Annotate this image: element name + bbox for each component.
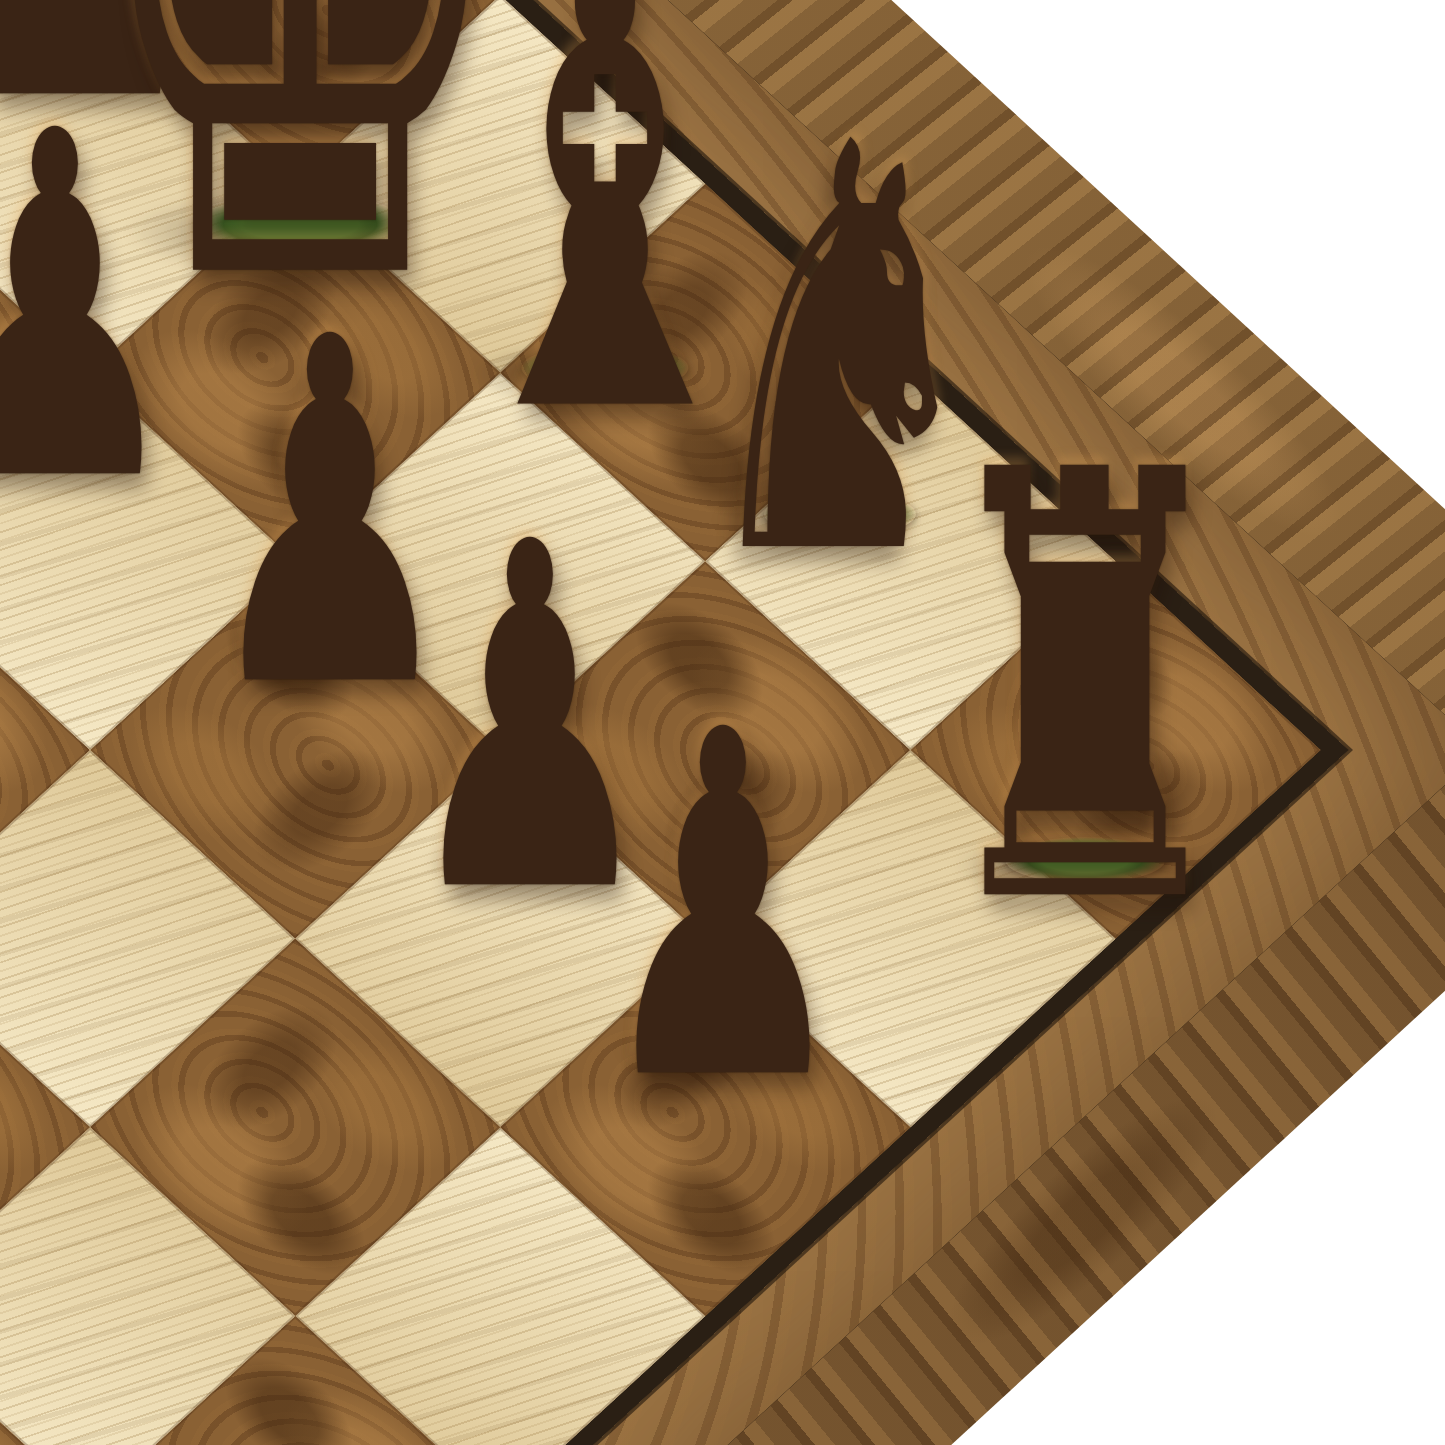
chess-photo-canvas: ♟♚♝♞♜♟♟♟♟ bbox=[0, 0, 1445, 1445]
board-border-burl bbox=[0, 0, 1445, 1445]
chess-board bbox=[0, 0, 1445, 1445]
